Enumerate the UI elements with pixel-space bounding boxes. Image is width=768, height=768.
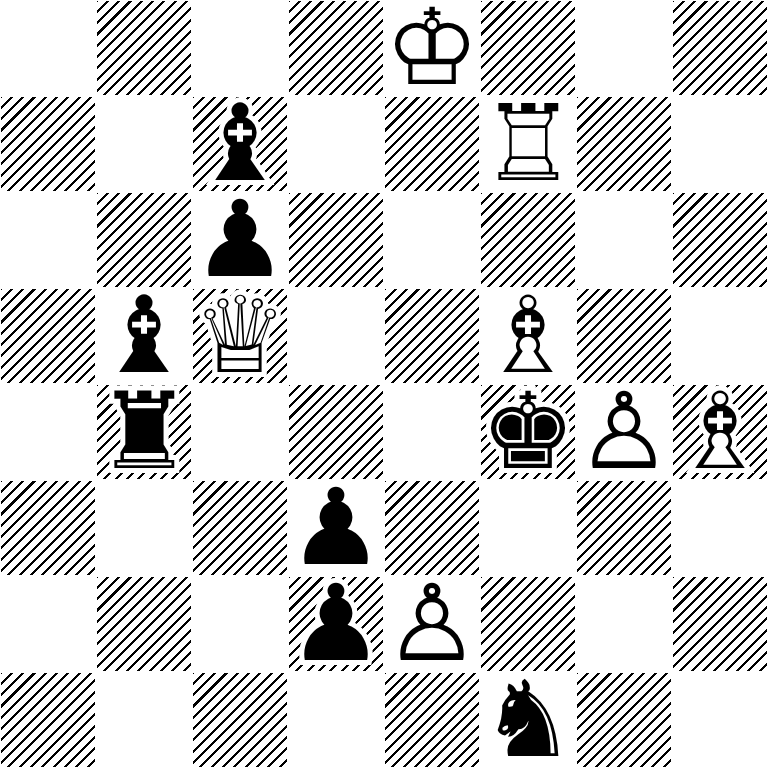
black-pawn-icon: ♟ [192, 192, 288, 288]
rook-halo: ♜ [480, 96, 576, 192]
white-pawn-icon: ♙ [576, 384, 672, 480]
square-e5[interactable] [384, 288, 480, 384]
square-d7[interactable] [288, 96, 384, 192]
square-a3[interactable] [0, 480, 96, 576]
square-h8[interactable] [672, 0, 768, 96]
square-c1[interactable] [192, 672, 288, 768]
square-e4[interactable] [384, 384, 480, 480]
black-rook-icon: ♜ [96, 384, 192, 480]
chess-board: ♚♔♝♝♜♖♟♟♝♝♛♕♝♗♜♜♚♚♟♙♝♗♟♟♟♟♟♙♞♞ [0, 0, 768, 768]
square-f6[interactable] [480, 192, 576, 288]
black-knight-f1[interactable]: ♞♞ [480, 672, 576, 768]
square-e2[interactable]: ♟♙ [384, 576, 480, 672]
black-bishop-b5[interactable]: ♝♝ [96, 288, 192, 384]
square-g1[interactable] [576, 672, 672, 768]
square-f8[interactable] [480, 0, 576, 96]
square-d3[interactable]: ♟♟ [288, 480, 384, 576]
square-b3[interactable] [96, 480, 192, 576]
rook-halo: ♜ [96, 384, 192, 480]
square-g2[interactable] [576, 576, 672, 672]
square-f1[interactable]: ♞♞ [480, 672, 576, 768]
square-a5[interactable] [0, 288, 96, 384]
queen-halo: ♛ [192, 288, 288, 384]
square-a1[interactable] [0, 672, 96, 768]
white-bishop-f5[interactable]: ♝♗ [480, 288, 576, 384]
black-pawn-c6[interactable]: ♟♟ [192, 192, 288, 288]
square-a2[interactable] [0, 576, 96, 672]
pawn-halo: ♟ [192, 192, 288, 288]
black-pawn-icon: ♟ [288, 480, 384, 576]
square-f4[interactable]: ♚♚ [480, 384, 576, 480]
square-b5[interactable]: ♝♝ [96, 288, 192, 384]
square-a7[interactable] [0, 96, 96, 192]
square-a6[interactable] [0, 192, 96, 288]
square-h2[interactable] [672, 576, 768, 672]
black-pawn-icon: ♟ [288, 576, 384, 672]
black-king-f4[interactable]: ♚♚ [480, 384, 576, 480]
square-f3[interactable] [480, 480, 576, 576]
square-b7[interactable] [96, 96, 192, 192]
white-queen-icon: ♕ [192, 288, 288, 384]
square-g6[interactable] [576, 192, 672, 288]
black-king-icon: ♚ [480, 384, 576, 480]
square-c2[interactable] [192, 576, 288, 672]
white-rook-icon: ♖ [480, 96, 576, 192]
square-d5[interactable] [288, 288, 384, 384]
square-e7[interactable] [384, 96, 480, 192]
black-pawn-d3[interactable]: ♟♟ [288, 480, 384, 576]
black-knight-icon: ♞ [480, 672, 576, 768]
pawn-halo: ♟ [288, 480, 384, 576]
black-pawn-d2[interactable]: ♟♟ [288, 576, 384, 672]
square-g8[interactable] [576, 0, 672, 96]
square-b6[interactable] [96, 192, 192, 288]
white-bishop-h4[interactable]: ♝♗ [672, 384, 768, 480]
white-king-icon: ♔ [384, 0, 480, 96]
square-c5[interactable]: ♛♕ [192, 288, 288, 384]
pawn-halo: ♟ [576, 384, 672, 480]
king-halo: ♚ [480, 384, 576, 480]
square-c8[interactable] [192, 0, 288, 96]
square-f2[interactable] [480, 576, 576, 672]
black-bishop-icon: ♝ [96, 288, 192, 384]
white-pawn-icon: ♙ [384, 576, 480, 672]
square-b2[interactable] [96, 576, 192, 672]
square-b4[interactable]: ♜♜ [96, 384, 192, 480]
square-e8[interactable]: ♚♔ [384, 0, 480, 96]
square-d4[interactable] [288, 384, 384, 480]
square-e1[interactable] [384, 672, 480, 768]
square-h3[interactable] [672, 480, 768, 576]
bishop-halo: ♝ [480, 288, 576, 384]
square-c3[interactable] [192, 480, 288, 576]
king-halo: ♚ [384, 0, 480, 96]
bishop-halo: ♝ [192, 96, 288, 192]
white-bishop-icon: ♗ [672, 384, 768, 480]
pawn-halo: ♟ [288, 576, 384, 672]
square-b1[interactable] [96, 672, 192, 768]
black-rook-b4[interactable]: ♜♜ [96, 384, 192, 480]
white-queen-c5[interactable]: ♛♕ [192, 288, 288, 384]
pawn-halo: ♟ [384, 576, 480, 672]
square-g3[interactable] [576, 480, 672, 576]
square-e3[interactable] [384, 480, 480, 576]
square-f5[interactable]: ♝♗ [480, 288, 576, 384]
square-d2[interactable]: ♟♟ [288, 576, 384, 672]
square-h1[interactable] [672, 672, 768, 768]
square-d8[interactable] [288, 0, 384, 96]
square-g7[interactable] [576, 96, 672, 192]
square-g4[interactable]: ♟♙ [576, 384, 672, 480]
square-c7[interactable]: ♝♝ [192, 96, 288, 192]
square-d1[interactable] [288, 672, 384, 768]
square-h5[interactable] [672, 288, 768, 384]
square-h6[interactable] [672, 192, 768, 288]
square-a8[interactable] [0, 0, 96, 96]
white-pawn-e2[interactable]: ♟♙ [384, 576, 480, 672]
square-c6[interactable]: ♟♟ [192, 192, 288, 288]
square-h4[interactable]: ♝♗ [672, 384, 768, 480]
square-g5[interactable] [576, 288, 672, 384]
black-bishop-c7[interactable]: ♝♝ [192, 96, 288, 192]
bishop-halo: ♝ [96, 288, 192, 384]
white-king-e8[interactable]: ♚♔ [384, 0, 480, 96]
square-d6[interactable] [288, 192, 384, 288]
bishop-halo: ♝ [672, 384, 768, 480]
square-a4[interactable] [0, 384, 96, 480]
square-b8[interactable] [96, 0, 192, 96]
white-bishop-icon: ♗ [480, 288, 576, 384]
white-pawn-g4[interactable]: ♟♙ [576, 384, 672, 480]
square-h7[interactable] [672, 96, 768, 192]
square-f7[interactable]: ♜♖ [480, 96, 576, 192]
black-bishop-icon: ♝ [192, 96, 288, 192]
white-rook-f7[interactable]: ♜♖ [480, 96, 576, 192]
knight-halo: ♞ [480, 672, 576, 768]
square-e6[interactable] [384, 192, 480, 288]
square-c4[interactable] [192, 384, 288, 480]
